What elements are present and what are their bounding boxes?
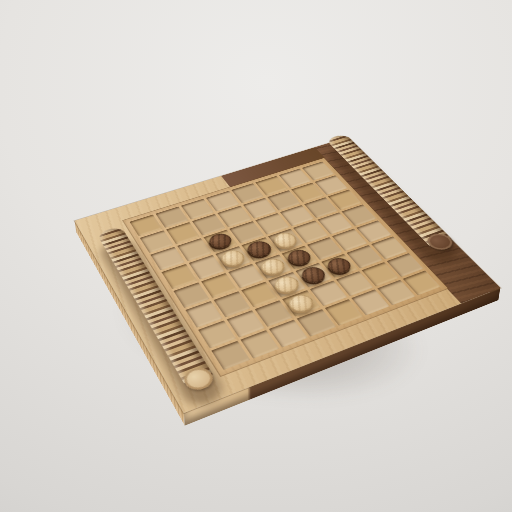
dark-disc-e6 [298,264,329,285]
cell-c8[interactable] [269,319,308,347]
cell-e8[interactable] [324,299,362,326]
light-disc-d5 [258,256,288,276]
studio-scene [0,0,512,512]
cell-c5[interactable] [228,263,264,288]
cell-d5[interactable] [255,254,291,278]
cell-b5[interactable] [201,273,237,298]
dark-disc-e5 [284,247,314,267]
light-disc-d7 [285,292,317,314]
cell-b4[interactable] [189,255,224,279]
cell-g8[interactable] [377,280,415,306]
cell-f6[interactable] [321,254,357,278]
cell-b8[interactable] [240,330,279,359]
cell-h7[interactable] [386,253,423,277]
cell-d7[interactable] [282,290,320,316]
cell-f7[interactable] [336,271,373,296]
dark-disc-f6 [324,255,355,275]
cell-a5[interactable] [173,282,209,308]
othello-board [75,137,501,413]
cell-g7[interactable] [361,262,398,287]
cell-c7[interactable] [255,300,293,327]
cell-e7[interactable] [309,281,346,307]
cell-d8[interactable] [297,309,336,336]
cell-f8[interactable] [351,289,389,315]
cell-e6[interactable] [295,263,331,288]
cell-a7[interactable] [198,320,236,348]
cell-d6[interactable] [268,272,305,297]
cell-a8[interactable] [211,341,250,370]
cell-b7[interactable] [227,310,265,337]
cell-h8[interactable] [403,270,441,295]
light-disc-d6 [271,274,302,295]
cell-b6[interactable] [214,291,251,317]
cell-a4[interactable] [162,264,197,289]
cell-a6[interactable] [185,301,222,328]
light-disc-c4 [218,248,248,268]
dark-disc-d4 [245,239,275,259]
cell-c6[interactable] [241,281,278,307]
light-disc-e4 [270,231,299,250]
perspective-wrapper [0,0,512,512]
